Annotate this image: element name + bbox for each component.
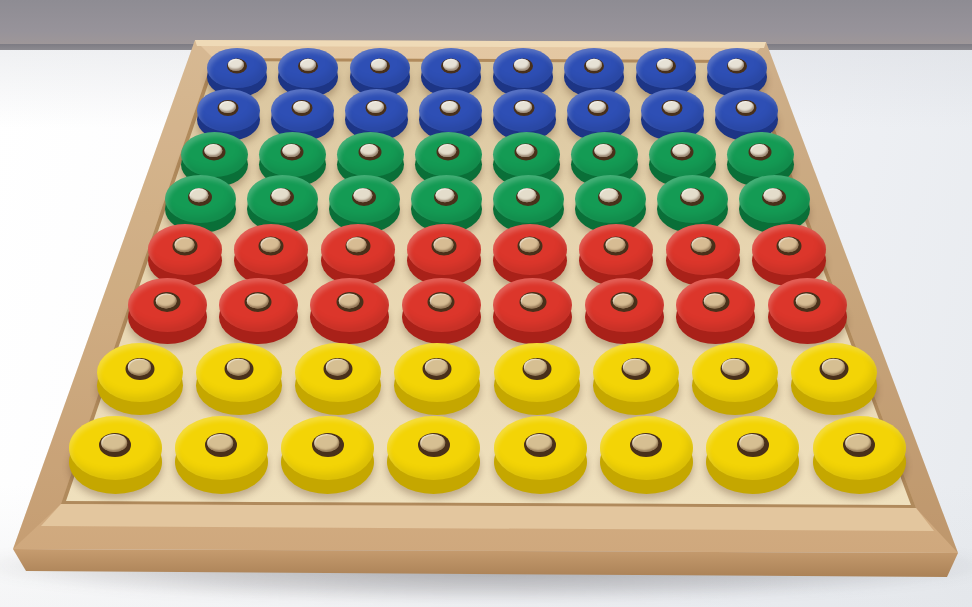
peg-hole [749,143,772,160]
ring-r3c5-green-ring[interactable] [493,132,560,177]
peg-hole [270,188,294,206]
peg-hole [593,143,616,160]
peg-hole [522,358,551,380]
ring-r5c5-red-ring[interactable] [493,224,567,275]
peg-hole [690,237,715,256]
peg-hole [516,188,540,206]
wooden-peg [722,359,745,376]
ring-r2c6-blue-ring[interactable] [567,89,630,132]
ring-r5c1-red-ring[interactable] [148,224,222,275]
wooden-peg [515,100,532,112]
wooden-peg [519,238,539,252]
peg-hole [656,59,676,74]
ring-r6c5-red-ring[interactable] [493,278,572,332]
wooden-peg [704,293,726,308]
wooden-peg [204,144,222,157]
wooden-peg [737,100,754,112]
wooden-peg [441,100,458,112]
peg-hole [99,433,131,457]
peg-hole [126,358,155,380]
wooden-peg [293,100,310,112]
peg-hole [524,433,556,457]
wooden-peg [594,144,612,157]
wooden-peg [367,100,384,112]
peg-hole [218,100,239,116]
ring-r7c7-yellow-ring[interactable] [692,343,778,402]
peg-hole [428,292,455,312]
peg-hole [727,59,747,74]
ring-r6c2-red-ring[interactable] [219,278,298,332]
peg-hole [431,237,456,256]
ring-r5c6-red-ring[interactable] [579,224,653,275]
peg-hole [173,237,198,256]
wooden-peg [282,144,300,157]
peg-hole [205,433,237,457]
peg-hole [324,358,353,380]
peg-hole [336,292,363,312]
ring-r4c7-green-ring[interactable] [657,175,728,223]
ring-r5c4-red-ring[interactable] [407,224,481,275]
peg-hole [259,237,284,256]
ring-r2c2-blue-ring[interactable] [271,89,334,132]
peg-hole [298,59,318,74]
wooden-peg [845,434,871,452]
ring-r4c6-green-ring[interactable] [575,175,646,223]
peg-hole [762,188,786,206]
peg-hole [281,143,304,160]
peg-hole [227,59,247,74]
peg-hole [188,188,212,206]
ring-r8c3-yellow-ring[interactable] [281,416,374,480]
wooden-peg [430,293,452,308]
ring-r1c8-blue-ring[interactable] [707,48,767,88]
peg-hole [519,292,546,312]
wooden-peg [606,238,626,252]
wooden-peg [750,144,768,157]
peg-hole [418,433,450,457]
peg-hole [154,292,181,312]
wooden-peg [425,359,448,376]
ring-r1c4-blue-ring[interactable] [421,48,481,88]
wooden-peg [360,144,378,157]
wooden-peg [795,293,817,308]
ring-r3c8-green-ring[interactable] [727,132,794,177]
peg-hole [515,143,538,160]
wooden-peg [600,188,619,202]
wooden-peg [261,238,281,252]
ring-r4c1-green-ring[interactable] [165,175,236,223]
peg-hole [225,358,254,380]
ring-r7c5-yellow-ring[interactable] [494,343,580,402]
ring-r7c4-yellow-ring[interactable] [394,343,480,402]
ring-r7c6-yellow-ring[interactable] [593,343,679,402]
wooden-peg [314,434,340,452]
wooden-peg [633,434,659,452]
ring-r4c3-green-ring[interactable] [329,175,400,223]
ring-r4c2-green-ring[interactable] [247,175,318,223]
peg-hole [702,292,729,312]
wooden-peg [518,188,537,202]
wooden-peg [227,359,250,376]
peg-hole [359,143,382,160]
peg-hole [820,358,849,380]
peg-hole [843,433,875,457]
wooden-peg [524,359,547,376]
ring-r6c6-red-ring[interactable] [585,278,664,332]
peg-hole [777,237,802,256]
peg-hole [345,237,370,256]
ring-r3c2-green-ring[interactable] [259,132,326,177]
ring-r8c4-yellow-ring[interactable] [387,416,480,480]
wooden-peg [101,434,127,452]
ring-r6c7-red-ring[interactable] [676,278,755,332]
ring-r2c4-blue-ring[interactable] [419,89,482,132]
wooden-peg [521,293,543,308]
ring-r1c5-blue-ring[interactable] [493,48,553,88]
ring-r1c1-blue-ring[interactable] [207,48,267,88]
wooden-peg [174,238,194,252]
ring-r4c5-green-ring[interactable] [493,175,564,223]
ring-r6c4-red-ring[interactable] [402,278,481,332]
peg-hole [588,100,609,116]
wooden-peg [190,188,209,202]
wooden-peg [371,59,387,70]
wooden-peg [208,434,234,452]
wooden-peg [516,144,534,157]
wooden-peg [300,59,316,70]
ring-r3c6-green-ring[interactable] [571,132,638,177]
wooden-peg [326,359,349,376]
peg-hole [737,433,769,457]
peg-hole [245,292,272,312]
peg-hole [312,433,344,457]
wooden-peg [128,359,151,376]
ring-r1c2-blue-ring[interactable] [278,48,338,88]
ring-r6c1-red-ring[interactable] [128,278,207,332]
peg-hole [720,358,749,380]
wooden-peg [347,238,367,252]
wooden-peg [728,59,744,70]
ring-r8c6-yellow-ring[interactable] [600,416,693,480]
wooden-peg [739,434,765,452]
ring-r5c3-red-ring[interactable] [321,224,395,275]
wooden-peg [514,59,530,70]
wooden-peg [657,59,673,70]
wooden-peg [822,359,845,376]
ring-r5c2-red-ring[interactable] [234,224,308,275]
peg-hole [366,100,387,116]
ring-r3c1-green-ring[interactable] [181,132,248,177]
ring-r5c7-red-ring[interactable] [666,224,740,275]
ring-r8c7-yellow-ring[interactable] [706,416,799,480]
wooden-peg [586,59,602,70]
wooden-peg [155,293,177,308]
peg-hole [611,292,638,312]
wooden-peg [778,238,798,252]
peg-hole [514,100,535,116]
wooden-peg [272,188,291,202]
peg-hole [584,59,604,74]
wooden-peg [589,100,606,112]
ring-r8c1-yellow-ring[interactable] [69,416,162,480]
ring-r2c7-blue-ring[interactable] [641,89,704,132]
peg-hole [621,358,650,380]
peg-hole [292,100,313,116]
peg-hole [423,358,452,380]
scene [0,0,972,607]
ring-r6c8-red-ring[interactable] [768,278,847,332]
ring-r3c7-green-ring[interactable] [649,132,716,177]
wooden-peg [526,434,552,452]
ring-r1c7-blue-ring[interactable] [636,48,696,88]
wooden-peg [438,144,456,157]
peg-hole [434,188,458,206]
wooden-peg [443,59,459,70]
peg-hole [671,143,694,160]
wooden-peg [682,188,701,202]
peg-hole [513,59,533,74]
ring-r8c5-yellow-ring[interactable] [494,416,587,480]
wooden-peg [663,100,680,112]
peg-hole [370,59,390,74]
peg-hole [518,237,543,256]
wooden-peg [247,293,269,308]
ring-r2c8-blue-ring[interactable] [715,89,778,132]
ring-r2c1-blue-ring[interactable] [197,89,260,132]
peg-hole [598,188,622,206]
ring-r7c2-yellow-ring[interactable] [196,343,282,402]
wooden-peg [338,293,360,308]
ring-r3c4-green-ring[interactable] [415,132,482,177]
wooden-peg [354,188,373,202]
peg-hole [437,143,460,160]
ring-r1c3-blue-ring[interactable] [350,48,410,88]
wooden-peg [623,359,646,376]
peg-hole [604,237,629,256]
wooden-peg [433,238,453,252]
ring-r2c5-blue-ring[interactable] [493,89,556,132]
ring-r7c3-yellow-ring[interactable] [295,343,381,402]
ring-r1c6-blue-ring[interactable] [564,48,624,88]
peg-hole [794,292,821,312]
peg-hole [440,100,461,116]
peg-hole [736,100,757,116]
peg-hole [630,433,662,457]
ring-r2c3-blue-ring[interactable] [345,89,408,132]
peg-hole [352,188,376,206]
ring-r5c8-red-ring[interactable] [752,224,826,275]
ring-r7c8-yellow-ring[interactable] [791,343,877,402]
peg-hole [662,100,683,116]
ring-r8c8-yellow-ring[interactable] [813,416,906,480]
peg-hole [441,59,461,74]
ring-r8c2-yellow-ring[interactable] [175,416,268,480]
peg-hole [680,188,704,206]
ring-r4c4-green-ring[interactable] [411,175,482,223]
wooden-peg [228,59,244,70]
wooden-peg [219,100,236,112]
wooden-peg [420,434,446,452]
ring-r4c8-green-ring[interactable] [739,175,810,223]
rings-layer [0,0,972,607]
wooden-peg [613,293,635,308]
peg-hole [203,143,226,160]
wooden-peg [672,144,690,157]
ring-r7c1-yellow-ring[interactable] [97,343,183,402]
wooden-peg [764,188,783,202]
wooden-peg [692,238,712,252]
wooden-peg [436,188,455,202]
ring-r6c3-red-ring[interactable] [310,278,389,332]
ring-r3c3-green-ring[interactable] [337,132,404,177]
